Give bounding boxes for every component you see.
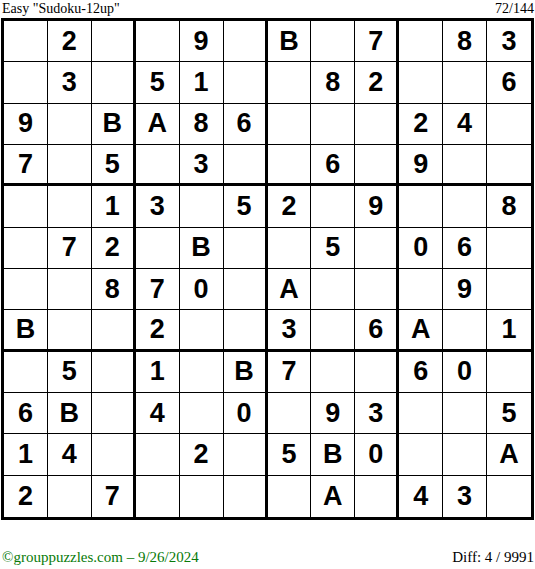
cell-r8c3-empty[interactable] (92, 310, 136, 351)
cell-r6c1-empty[interactable] (4, 228, 48, 269)
cell-r10c1-given[interactable]: 6 (4, 393, 48, 434)
cell-r6c3-given[interactable]: 2 (92, 228, 136, 269)
cell-r6c8-given[interactable]: 5 (311, 228, 355, 269)
cell-r7c7-given[interactable]: A (268, 269, 312, 310)
cell-r8c4-given[interactable]: 2 (136, 310, 180, 351)
cell-r12c6-empty[interactable] (224, 476, 268, 517)
cell-r5c6-given[interactable]: 5 (224, 186, 268, 227)
cell-r3c2-empty[interactable] (48, 104, 92, 145)
cell-r6c10-given[interactable]: 0 (399, 228, 443, 269)
cell-r8c11-empty[interactable] (443, 310, 487, 351)
cell-r2c10-empty[interactable] (399, 62, 443, 103)
cell-r1c7-given[interactable]: B (268, 21, 312, 62)
cell-r3c9-empty[interactable] (355, 104, 399, 145)
cell-r3c11-given[interactable]: 4 (443, 104, 487, 145)
sudoku-board: 29B7833518269BA86247536913529872B506870A… (1, 18, 534, 520)
cell-r10c5-empty[interactable] (180, 393, 224, 434)
cell-r4c7-empty[interactable] (268, 145, 312, 186)
cell-r12c5-empty[interactable] (180, 476, 224, 517)
cell-r4c2-empty[interactable] (48, 145, 92, 186)
cell-r6c2-given[interactable]: 7 (48, 228, 92, 269)
cell-r7c12-empty[interactable] (487, 269, 531, 310)
cell-r5c9-given[interactable]: 9 (355, 186, 399, 227)
cell-r1c12-given[interactable]: 3 (487, 21, 531, 62)
cell-r4c4-empty[interactable] (136, 145, 180, 186)
cell-r7c6-empty[interactable] (224, 269, 268, 310)
cell-r6c12-empty[interactable] (487, 228, 531, 269)
cell-r1c2-given[interactable]: 2 (48, 21, 92, 62)
cell-r6c9-empty[interactable] (355, 228, 399, 269)
cell-r7c9-empty[interactable] (355, 269, 399, 310)
cell-r10c3-empty[interactable] (92, 393, 136, 434)
cell-r3c8-empty[interactable] (311, 104, 355, 145)
cell-r9c2-given[interactable]: 5 (48, 352, 92, 393)
cell-r4c3-given[interactable]: 5 (92, 145, 136, 186)
cell-r2c11-empty[interactable] (443, 62, 487, 103)
difficulty-text: Diff: 4 / 9991 (452, 549, 534, 566)
cell-r4c10-given[interactable]: 9 (399, 145, 443, 186)
cell-r4c1-given[interactable]: 7 (4, 145, 48, 186)
cell-r11c3-empty[interactable] (92, 434, 136, 475)
cell-r10c11-empty[interactable] (443, 393, 487, 434)
cell-r10c7-empty[interactable] (268, 393, 312, 434)
cell-r2c6-empty[interactable] (224, 62, 268, 103)
cell-r12c8-given[interactable]: A (311, 476, 355, 517)
cell-r7c5-given[interactable]: 0 (180, 269, 224, 310)
cell-r5c2-empty[interactable] (48, 186, 92, 227)
cell-r5c5-empty[interactable] (180, 186, 224, 227)
cell-r11c12-given[interactable]: A (487, 434, 531, 475)
cell-r5c10-empty[interactable] (399, 186, 443, 227)
cell-r1c4-empty[interactable] (136, 21, 180, 62)
cell-r5c8-empty[interactable] (311, 186, 355, 227)
cell-r11c9-given[interactable]: 0 (355, 434, 399, 475)
cell-r8c10-given[interactable]: A (399, 310, 443, 351)
cell-r7c10-empty[interactable] (399, 269, 443, 310)
cell-r9c5-empty[interactable] (180, 352, 224, 393)
cell-r12c2-empty[interactable] (48, 476, 92, 517)
cell-r10c2-given[interactable]: B (48, 393, 92, 434)
cell-r6c4-empty[interactable] (136, 228, 180, 269)
cell-r3c6-given[interactable]: 6 (224, 104, 268, 145)
cell-r2c4-given[interactable]: 5 (136, 62, 180, 103)
cell-r12c11-given[interactable]: 3 (443, 476, 487, 517)
cell-r3c4-given[interactable]: A (136, 104, 180, 145)
cell-r8c2-empty[interactable] (48, 310, 92, 351)
cell-r9c1-empty[interactable] (4, 352, 48, 393)
cell-r2c2-given[interactable]: 3 (48, 62, 92, 103)
cell-r6c5-given[interactable]: B (180, 228, 224, 269)
cell-r3c12-empty[interactable] (487, 104, 531, 145)
cell-r2c12-given[interactable]: 6 (487, 62, 531, 103)
cell-r5c12-given[interactable]: 8 (487, 186, 531, 227)
cell-r8c5-empty[interactable] (180, 310, 224, 351)
cell-r1c10-empty[interactable] (399, 21, 443, 62)
cell-r1c6-empty[interactable] (224, 21, 268, 62)
cell-r5c4-given[interactable]: 3 (136, 186, 180, 227)
cell-r2c7-empty[interactable] (268, 62, 312, 103)
cell-r11c7-given[interactable]: 5 (268, 434, 312, 475)
cell-r8c1-given[interactable]: B (4, 310, 48, 351)
cell-r6c7-empty[interactable] (268, 228, 312, 269)
cell-r5c3-given[interactable]: 1 (92, 186, 136, 227)
cell-r1c5-given[interactable]: 9 (180, 21, 224, 62)
cell-r3c5-given[interactable]: 8 (180, 104, 224, 145)
cell-r10c12-given[interactable]: 5 (487, 393, 531, 434)
cell-r4c8-given[interactable]: 6 (311, 145, 355, 186)
cell-r9c7-given[interactable]: 7 (268, 352, 312, 393)
cell-r8c8-empty[interactable] (311, 310, 355, 351)
cell-r5c7-given[interactable]: 2 (268, 186, 312, 227)
cell-r11c8-given[interactable]: B (311, 434, 355, 475)
cell-r10c10-empty[interactable] (399, 393, 443, 434)
cell-r8c6-empty[interactable] (224, 310, 268, 351)
cell-r1c1-empty[interactable] (4, 21, 48, 62)
puzzle-header: Easy "Sudoku-12up" 72/144 (0, 0, 535, 17)
puzzle-counter: 72/144 (495, 1, 534, 17)
cell-r9c4-given[interactable]: 1 (136, 352, 180, 393)
cell-r12c4-empty[interactable] (136, 476, 180, 517)
cell-r9c3-empty[interactable] (92, 352, 136, 393)
cell-r11c6-empty[interactable] (224, 434, 268, 475)
cell-r1c8-empty[interactable] (311, 21, 355, 62)
cell-r2c1-empty[interactable] (4, 62, 48, 103)
cell-r9c9-empty[interactable] (355, 352, 399, 393)
cell-r12c7-empty[interactable] (268, 476, 312, 517)
cell-r9c8-empty[interactable] (311, 352, 355, 393)
cell-r9c11-given[interactable]: 0 (443, 352, 487, 393)
puzzle-title: Easy "Sudoku-12up" (2, 1, 120, 17)
cell-r7c11-given[interactable]: 9 (443, 269, 487, 310)
cell-r4c9-empty[interactable] (355, 145, 399, 186)
cell-r10c8-given[interactable]: 9 (311, 393, 355, 434)
cell-r4c5-given[interactable]: 3 (180, 145, 224, 186)
cell-r8c9-given[interactable]: 6 (355, 310, 399, 351)
cell-r3c7-empty[interactable] (268, 104, 312, 145)
cell-r3c1-given[interactable]: 9 (4, 104, 48, 145)
cell-r7c2-empty[interactable] (48, 269, 92, 310)
cell-r9c6-given[interactable]: B (224, 352, 268, 393)
cell-r2c9-given[interactable]: 2 (355, 62, 399, 103)
cell-r6c6-empty[interactable] (224, 228, 268, 269)
cell-r10c6-given[interactable]: 0 (224, 393, 268, 434)
cell-r11c4-empty[interactable] (136, 434, 180, 475)
cell-r4c6-empty[interactable] (224, 145, 268, 186)
copyright-text: ©grouppuzzles.com – 9/26/2024 (2, 549, 199, 566)
cell-r4c12-empty[interactable] (487, 145, 531, 186)
cell-r2c5-given[interactable]: 1 (180, 62, 224, 103)
cell-r9c12-empty[interactable] (487, 352, 531, 393)
cell-r6c11-given[interactable]: 6 (443, 228, 487, 269)
cell-r7c4-given[interactable]: 7 (136, 269, 180, 310)
cell-r1c3-empty[interactable] (92, 21, 136, 62)
cell-r2c8-given[interactable]: 8 (311, 62, 355, 103)
cell-r8c12-given[interactable]: 1 (487, 310, 531, 351)
cell-r2c3-empty[interactable] (92, 62, 136, 103)
cell-r7c1-empty[interactable] (4, 269, 48, 310)
cell-r10c9-given[interactable]: 3 (355, 393, 399, 434)
cell-r10c4-given[interactable]: 4 (136, 393, 180, 434)
cell-r1c11-given[interactable]: 8 (443, 21, 487, 62)
cell-r5c1-empty[interactable] (4, 186, 48, 227)
cell-r12c1-given[interactable]: 2 (4, 476, 48, 517)
cell-r5c11-empty[interactable] (443, 186, 487, 227)
cell-r11c11-empty[interactable] (443, 434, 487, 475)
cell-r4c11-empty[interactable] (443, 145, 487, 186)
cell-r7c8-empty[interactable] (311, 269, 355, 310)
sudoku-page: Easy "Sudoku-12up" 72/144 29B7833518269B… (0, 0, 535, 569)
cell-r8c7-given[interactable]: 3 (268, 310, 312, 351)
cell-r11c10-empty[interactable] (399, 434, 443, 475)
cell-r1c9-given[interactable]: 7 (355, 21, 399, 62)
cell-r12c9-empty[interactable] (355, 476, 399, 517)
cell-r3c10-given[interactable]: 2 (399, 104, 443, 145)
cell-r12c12-empty[interactable] (487, 476, 531, 517)
cell-r9c10-given[interactable]: 6 (399, 352, 443, 393)
cell-r12c3-given[interactable]: 7 (92, 476, 136, 517)
cell-r11c2-given[interactable]: 4 (48, 434, 92, 475)
cell-r11c1-given[interactable]: 1 (4, 434, 48, 475)
cell-r12c10-given[interactable]: 4 (399, 476, 443, 517)
cell-r7c3-given[interactable]: 8 (92, 269, 136, 310)
cell-r3c3-given[interactable]: B (92, 104, 136, 145)
cell-r11c5-given[interactable]: 2 (180, 434, 224, 475)
puzzle-footer: ©grouppuzzles.com – 9/26/2024 Diff: 4 / … (0, 520, 535, 569)
